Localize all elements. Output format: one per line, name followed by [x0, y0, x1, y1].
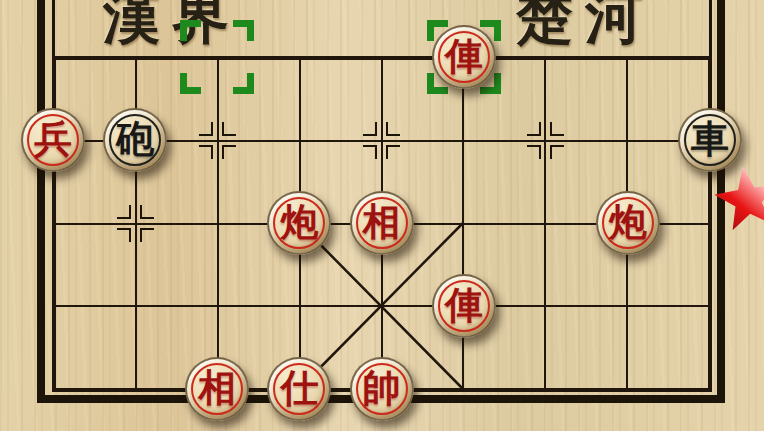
river-label-right: 楚河 — [516, 0, 654, 57]
piece-glyph: 俥 — [445, 37, 483, 75]
piece-red-general[interactable]: 帥 — [350, 357, 414, 421]
point-marker — [199, 122, 236, 159]
board-cell[interactable] — [55, 306, 137, 389]
piece-red-elephant[interactable]: 相 — [185, 357, 249, 421]
piece-red-advisor[interactable]: 仕 — [267, 357, 331, 421]
piece-red-elephant[interactable]: 相 — [350, 191, 414, 255]
piece-glyph: 相 — [363, 203, 401, 241]
piece-glyph: 炮 — [280, 203, 318, 241]
board-cell[interactable] — [545, 306, 627, 389]
point-marker — [527, 122, 564, 159]
piece-glyph: 兵 — [34, 120, 72, 158]
point-marker — [363, 122, 400, 159]
xiangqi-board: 漢界 楚河 俥兵砲車炮相炮俥相仕帥 — [0, 0, 764, 431]
piece-black-cannon[interactable]: 砲 — [103, 108, 167, 172]
move-from-highlight — [180, 20, 254, 94]
piece-glyph: 炮 — [609, 203, 647, 241]
piece-glyph: 俥 — [445, 286, 483, 324]
piece-glyph: 仕 — [280, 369, 318, 407]
piece-glyph: 砲 — [116, 120, 154, 158]
piece-red-cannon[interactable]: 炮 — [596, 191, 660, 255]
piece-glyph: 相 — [198, 369, 236, 407]
piece-red-soldier[interactable]: 兵 — [21, 108, 85, 172]
piece-glyph: 車 — [691, 120, 729, 158]
river-edge-line-right — [709, 0, 712, 58]
piece-black-chariot[interactable]: 車 — [678, 108, 742, 172]
board-cell[interactable] — [627, 306, 709, 389]
piece-red-cannon[interactable]: 炮 — [267, 191, 331, 255]
river-edge-line-left — [52, 0, 55, 58]
piece-glyph: 帥 — [363, 369, 401, 407]
piece-red-chariot[interactable]: 俥 — [432, 274, 496, 338]
point-marker — [117, 205, 154, 242]
piece-red-chariot[interactable]: 俥 — [432, 25, 496, 89]
